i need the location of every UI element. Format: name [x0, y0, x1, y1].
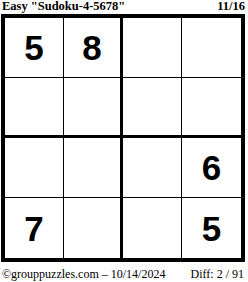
- sudoku-puzzle-page: Easy "Sudoku-4-5678" 11/16 5 8 6 7 5 ©gr…: [0, 0, 248, 282]
- sudoku-board: 5 8 6 7 5: [1, 14, 245, 262]
- cell-r4c1: 7: [5, 198, 64, 258]
- cell-r4c3: [123, 198, 182, 258]
- cell-r2c2: [64, 78, 123, 138]
- cell-r1c1: 5: [5, 18, 64, 78]
- cell-r4c2: [64, 198, 123, 258]
- cell-r2c3: [123, 78, 182, 138]
- cell-r1c2: 8: [64, 18, 123, 78]
- cell-r2c1: [5, 78, 64, 138]
- cell-r1c4: [182, 18, 241, 78]
- puzzle-title: Easy "Sudoku-4-5678": [2, 0, 125, 13]
- cell-r3c1: [5, 138, 64, 198]
- empty-cells-counter: 11/16: [217, 0, 245, 13]
- footer: ©grouppuzzles.com – 10/14/2024 Diff: 2 /…: [2, 266, 244, 281]
- cell-r3c4: 6: [182, 138, 241, 198]
- cell-r3c2: [64, 138, 123, 198]
- cell-r1c3: [123, 18, 182, 78]
- copyright-text: ©grouppuzzles.com – 10/14/2024: [2, 267, 165, 281]
- cell-r4c4: 5: [182, 198, 241, 258]
- cell-r3c3: [123, 138, 182, 198]
- header: Easy "Sudoku-4-5678" 11/16: [2, 0, 245, 14]
- cell-r2c4: [182, 78, 241, 138]
- difficulty-text: Diff: 2 / 91: [191, 267, 244, 281]
